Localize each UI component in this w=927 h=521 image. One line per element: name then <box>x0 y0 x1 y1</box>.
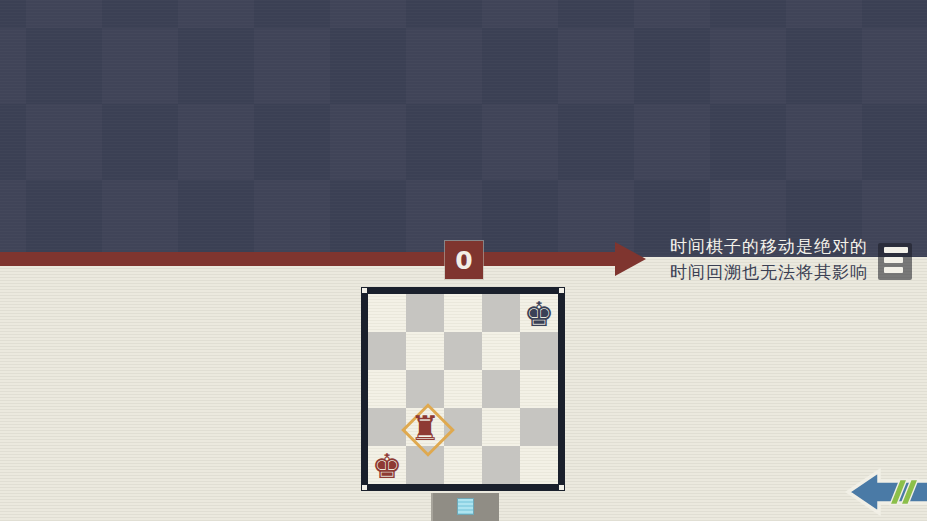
board-cell[interactable] <box>482 294 520 332</box>
board-cell[interactable] <box>368 370 406 408</box>
piece-dark-king[interactable]: ♚ <box>520 294 558 332</box>
menu-bar <box>884 257 903 263</box>
board-grid: ♚♜♚ <box>368 294 558 484</box>
board-cell[interactable] <box>482 446 520 484</box>
board-cell[interactable] <box>444 446 482 484</box>
board-cell[interactable] <box>406 370 444 408</box>
board-cell[interactable] <box>368 294 406 332</box>
board-cell[interactable] <box>444 370 482 408</box>
board-cell[interactable] <box>368 332 406 370</box>
board-cell[interactable] <box>520 332 558 370</box>
board-cell[interactable] <box>482 370 520 408</box>
board-cell[interactable] <box>406 294 444 332</box>
board-cell[interactable] <box>406 332 444 370</box>
tray-cyan-tile[interactable] <box>457 498 474 515</box>
piece-red-king[interactable]: ♚ <box>368 446 406 484</box>
board-corner-dot <box>559 485 564 490</box>
board-cell[interactable] <box>444 332 482 370</box>
board-cell[interactable] <box>444 294 482 332</box>
back-arrow-shape <box>848 471 927 513</box>
timeline-sky-region <box>0 0 927 257</box>
tutorial-text-line2: 时间回溯也无法将其影响 <box>670 261 868 284</box>
board-cell[interactable] <box>482 408 520 446</box>
timeline-marker: 0 <box>445 241 483 279</box>
board-cell[interactable] <box>520 446 558 484</box>
piece-red-rook[interactable]: ♜ <box>406 408 444 446</box>
back-arrow-button[interactable] <box>845 466 927 518</box>
menu-icon[interactable] <box>878 243 912 280</box>
menu-bar <box>884 247 908 253</box>
timeline-marker-label: 0 <box>455 248 472 273</box>
chess-board: ♚♜♚ <box>361 287 565 491</box>
timeline-arrow-line <box>0 252 617 266</box>
game-screen: 0 时间棋子的移动是绝对的 时间回溯也无法将其影响 ♚♜♚ <box>0 0 927 521</box>
board-corner-dot <box>362 485 367 490</box>
board-cell[interactable]: ♚ <box>520 294 558 332</box>
menu-bar <box>884 267 903 273</box>
board-corner-dot <box>362 288 367 293</box>
board-cell[interactable] <box>520 370 558 408</box>
board-cell[interactable] <box>368 408 406 446</box>
board-cell[interactable]: ♜ <box>406 408 444 446</box>
board-corner-dot <box>559 288 564 293</box>
tutorial-text-line1: 时间棋子的移动是绝对的 <box>670 235 868 258</box>
board-cell[interactable]: ♚ <box>368 446 406 484</box>
piece-tray <box>431 493 499 521</box>
timeline-arrowhead-icon <box>615 242 646 276</box>
board-cell[interactable] <box>482 332 520 370</box>
board-cell[interactable] <box>520 408 558 446</box>
